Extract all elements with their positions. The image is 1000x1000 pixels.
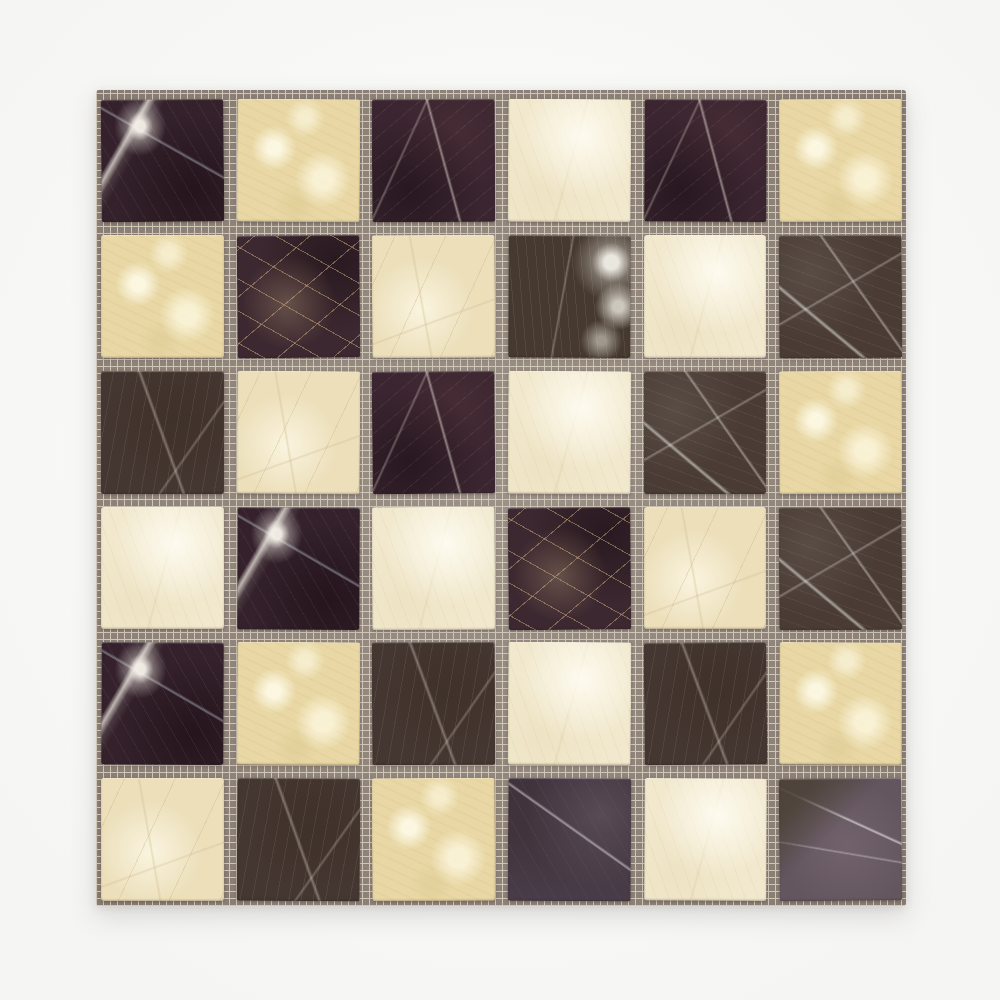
tile-r2c5-light-marble-square bbox=[644, 235, 767, 358]
tile-r4c5-light-marble-square bbox=[644, 507, 767, 630]
mosaic-sheet bbox=[96, 90, 906, 906]
tile-r2c6-dark-marble-square bbox=[779, 235, 902, 358]
tile-r5c2-light-marble-square bbox=[236, 642, 359, 766]
tile-r6c1-light-marble-square bbox=[101, 778, 224, 901]
tile-r1c6-light-marble-square bbox=[779, 99, 902, 222]
tile-r5c6-light-marble-square bbox=[779, 642, 901, 765]
tile-r6c5-light-marble-square bbox=[644, 778, 766, 901]
tile-r3c6-light-marble-square bbox=[779, 370, 902, 493]
tile-r2c4-dark-marble-square bbox=[508, 235, 630, 358]
tile-r4c6-dark-marble-square bbox=[779, 506, 902, 629]
tile-r4c1-light-marble-square bbox=[101, 507, 224, 630]
tile-r4c4-dark-marble-square bbox=[508, 506, 631, 629]
tile-r1c2-light-marble-square bbox=[236, 99, 359, 223]
tile-r1c3-dark-marble-square bbox=[372, 99, 495, 222]
tile-r5c1-dark-marble-square bbox=[101, 642, 223, 765]
tile-r2c2-dark-marble-square bbox=[236, 235, 359, 358]
tile-r3c4-light-marble-square bbox=[508, 370, 631, 494]
tile-r2c3-light-marble-square bbox=[372, 235, 495, 358]
tile-r6c2-dark-marble-square bbox=[236, 778, 359, 902]
tile-r4c2-dark-marble-square bbox=[237, 507, 359, 630]
tile-r1c1-dark-marble-square bbox=[101, 99, 224, 222]
tile-r1c4-light-marble-square bbox=[508, 99, 631, 223]
tile-r3c3-dark-marble-square bbox=[372, 370, 495, 493]
tile-r5c5-dark-marble-square bbox=[643, 642, 766, 765]
tile-r6c6-dark-marble-square bbox=[779, 778, 902, 901]
tile-r3c2-light-marble-square bbox=[236, 370, 359, 494]
tile-r3c1-dark-marble-square bbox=[101, 371, 224, 494]
tile-r2c1-light-marble-square bbox=[101, 235, 224, 358]
tile-r1c5-dark-marble-square bbox=[644, 99, 766, 222]
tile-r4c3-light-marble-square bbox=[372, 506, 495, 629]
board-grid bbox=[101, 99, 902, 901]
tile-r5c4-light-marble-square bbox=[508, 642, 631, 766]
tile-r6c4-dark-marble-square bbox=[508, 778, 631, 902]
tile-r5c3-dark-marble-square bbox=[372, 642, 495, 765]
tile-r6c3-light-marble-square bbox=[372, 778, 495, 901]
tile-r3c5-dark-marble-square bbox=[644, 371, 767, 494]
photo-background: { "game": "checkers-style checkerboard (… bbox=[0, 0, 1000, 1000]
